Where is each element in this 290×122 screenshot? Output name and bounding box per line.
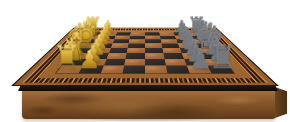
square-h3[interactable] bbox=[101, 66, 125, 74]
board-inner-border: ♜♟♟♜♞♟♟♞♝♟♟♝♛♟♟♛♚♟♟♚♝♟♟♝♞♟♟♞♜♟♟♜ bbox=[38, 30, 252, 78]
storage-case-side bbox=[275, 87, 287, 118]
board-leather-apron: ♜♟♟♜♞♟♟♞♝♟♟♝♛♟♟♛♚♟♟♚♝♟♟♝♞♟♟♞♜♟♟♜ bbox=[11, 28, 279, 86]
piece-silver-rook[interactable]: ♜ bbox=[208, 41, 237, 73]
square-h6[interactable] bbox=[166, 66, 190, 74]
square-h2[interactable]: ♟ bbox=[78, 66, 103, 74]
square-h4[interactable] bbox=[123, 66, 145, 74]
chess-board: ♜♟♟♜♞♟♟♞♝♟♟♝♛♟♟♛♚♟♟♚♝♟♟♝♞♟♟♞♜♟♟♜ bbox=[11, 28, 279, 86]
square-h5[interactable] bbox=[145, 66, 167, 74]
square-g5[interactable] bbox=[145, 59, 166, 66]
chess-set-photo: ♜♟♟♜♞♟♟♞♝♟♟♝♛♟♟♛♚♟♟♚♝♟♟♝♞♟♟♞♜♟♟♜ bbox=[0, 0, 290, 122]
square-g3[interactable] bbox=[104, 59, 126, 66]
square-h8[interactable]: ♜ bbox=[207, 66, 234, 74]
board-trim-border: ♜♟♟♜♞♟♟♞♝♟♟♝♛♟♟♛♚♟♟♚♝♟♟♝♞♟♟♞♜♟♟♜ bbox=[22, 29, 268, 83]
board-grid: ♜♟♟♜♞♟♟♞♝♟♟♝♛♟♟♛♚♟♟♚♝♟♟♝♞♟♟♞♜♟♟♜ bbox=[55, 32, 235, 74]
piece-gold-pawn[interactable]: ♟ bbox=[78, 48, 101, 73]
storage-case-front bbox=[22, 89, 276, 119]
square-g4[interactable] bbox=[124, 59, 145, 66]
square-g6[interactable] bbox=[164, 59, 186, 66]
